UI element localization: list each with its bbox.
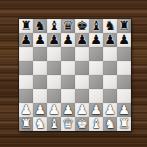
piece-white-rook[interactable]: ♜ [19,117,33,131]
square-f5[interactable] [89,61,103,75]
square-b8[interactable]: ♞ [33,19,47,33]
piece-black-knight[interactable]: ♞ [33,19,47,33]
square-h6[interactable] [117,47,131,61]
square-d4[interactable] [61,75,75,89]
square-c1[interactable]: ♝ [47,117,61,131]
square-a5[interactable] [19,61,33,75]
piece-black-pawn[interactable]: ♟ [103,33,117,47]
square-c6[interactable] [47,47,61,61]
square-a7[interactable]: ♟ [19,33,33,47]
piece-white-knight[interactable]: ♞ [33,117,47,131]
piece-black-king[interactable]: ♚ [75,19,89,33]
piece-white-pawn[interactable]: ♟ [61,103,75,117]
square-c5[interactable] [47,61,61,75]
piece-black-pawn[interactable]: ♟ [75,33,89,47]
piece-black-pawn[interactable]: ♟ [19,33,33,47]
square-h3[interactable] [117,89,131,103]
square-e8[interactable]: ♚ [75,19,89,33]
square-a4[interactable] [19,75,33,89]
square-b7[interactable]: ♟ [33,33,47,47]
chess-app-window: ♜♞♝♛♚♝♞♜♟♟♟♟♟♟♟♟♟♟♟♟♟♟♟♟♜♞♝♛♚♝♞♜ [0,0,147,147]
square-g4[interactable] [103,75,117,89]
piece-black-pawn[interactable]: ♟ [61,33,75,47]
piece-white-pawn[interactable]: ♟ [47,103,61,117]
piece-black-bishop[interactable]: ♝ [47,19,61,33]
square-h7[interactable]: ♟ [117,33,131,47]
square-d8[interactable]: ♛ [61,19,75,33]
piece-black-rook[interactable]: ♜ [117,19,131,33]
square-b2[interactable]: ♟ [33,103,47,117]
square-g5[interactable] [103,61,117,75]
square-g8[interactable]: ♞ [103,19,117,33]
square-a3[interactable] [19,89,33,103]
piece-white-pawn[interactable]: ♟ [75,103,89,117]
square-h5[interactable] [117,61,131,75]
square-d3[interactable] [61,89,75,103]
square-d6[interactable] [61,47,75,61]
square-f8[interactable]: ♝ [89,19,103,33]
piece-white-king[interactable]: ♚ [75,117,89,131]
square-g2[interactable]: ♟ [103,103,117,117]
piece-white-queen[interactable]: ♛ [61,117,75,131]
piece-white-knight[interactable]: ♞ [103,117,117,131]
square-b3[interactable] [33,89,47,103]
square-e3[interactable] [75,89,89,103]
square-d5[interactable] [61,61,75,75]
piece-white-pawn[interactable]: ♟ [89,103,103,117]
piece-white-bishop[interactable]: ♝ [89,117,103,131]
square-c7[interactable]: ♟ [47,33,61,47]
square-b4[interactable] [33,75,47,89]
square-e4[interactable] [75,75,89,89]
piece-white-pawn[interactable]: ♟ [19,103,33,117]
square-a8[interactable]: ♜ [19,19,33,33]
square-c3[interactable] [47,89,61,103]
square-f3[interactable] [89,89,103,103]
square-f2[interactable]: ♟ [89,103,103,117]
square-g7[interactable]: ♟ [103,33,117,47]
square-c8[interactable]: ♝ [47,19,61,33]
piece-black-knight[interactable]: ♞ [103,19,117,33]
piece-black-pawn[interactable]: ♟ [117,33,131,47]
piece-white-pawn[interactable]: ♟ [33,103,47,117]
square-b5[interactable] [33,61,47,75]
square-a1[interactable]: ♜ [19,117,33,131]
square-f7[interactable]: ♟ [89,33,103,47]
piece-black-pawn[interactable]: ♟ [33,33,47,47]
square-h4[interactable] [117,75,131,89]
piece-white-bishop[interactable]: ♝ [47,117,61,131]
piece-black-pawn[interactable]: ♟ [89,33,103,47]
square-e7[interactable]: ♟ [75,33,89,47]
square-g6[interactable] [103,47,117,61]
square-f1[interactable]: ♝ [89,117,103,131]
square-f6[interactable] [89,47,103,61]
piece-black-queen[interactable]: ♛ [61,19,75,33]
square-h1[interactable]: ♜ [117,117,131,131]
square-e1[interactable]: ♚ [75,117,89,131]
square-h8[interactable]: ♜ [117,19,131,33]
piece-white-pawn[interactable]: ♟ [117,103,131,117]
square-d1[interactable]: ♛ [61,117,75,131]
square-d2[interactable]: ♟ [61,103,75,117]
square-c4[interactable] [47,75,61,89]
piece-black-pawn[interactable]: ♟ [47,33,61,47]
square-c2[interactable]: ♟ [47,103,61,117]
square-b1[interactable]: ♞ [33,117,47,131]
square-h2[interactable]: ♟ [117,103,131,117]
piece-white-pawn[interactable]: ♟ [103,103,117,117]
chess-board[interactable]: ♜♞♝♛♚♝♞♜♟♟♟♟♟♟♟♟♟♟♟♟♟♟♟♟♜♞♝♛♚♝♞♜ [19,19,131,131]
square-g3[interactable] [103,89,117,103]
square-a2[interactable]: ♟ [19,103,33,117]
square-a6[interactable] [19,47,33,61]
piece-black-rook[interactable]: ♜ [19,19,33,33]
square-d7[interactable]: ♟ [61,33,75,47]
square-e2[interactable]: ♟ [75,103,89,117]
square-g1[interactable]: ♞ [103,117,117,131]
square-e5[interactable] [75,61,89,75]
piece-white-rook[interactable]: ♜ [117,117,131,131]
square-f4[interactable] [89,75,103,89]
square-e6[interactable] [75,47,89,61]
square-b6[interactable] [33,47,47,61]
piece-black-bishop[interactable]: ♝ [89,19,103,33]
